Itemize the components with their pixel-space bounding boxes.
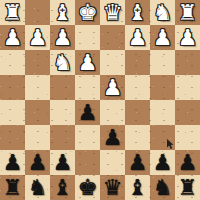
square-g1[interactable] (25, 0, 50, 25)
piece-white-king-icon: ♚ (78, 0, 98, 25)
square-g2[interactable]: ♟ (25, 25, 50, 50)
piece-black-pawn-icon: ♟ (3, 150, 23, 175)
square-h8[interactable]: ♜ (0, 175, 25, 200)
square-f3[interactable]: ♞ (50, 50, 75, 75)
piece-white-bishop-icon: ♝ (53, 0, 73, 25)
piece-white-pawn-icon: ♟ (53, 25, 73, 50)
square-b5[interactable] (150, 100, 175, 125)
piece-white-rook-icon: ♜ (178, 0, 198, 25)
square-f8[interactable]: ♝ (50, 175, 75, 200)
square-a5[interactable] (175, 100, 200, 125)
square-f5[interactable] (50, 100, 75, 125)
piece-white-queen-icon: ♛ (103, 0, 123, 25)
square-c3[interactable] (125, 50, 150, 75)
piece-black-knight-icon: ♞ (153, 175, 173, 200)
square-b2[interactable]: ♟ (150, 25, 175, 50)
piece-black-pawn-icon: ♟ (103, 125, 123, 150)
square-d1[interactable]: ♛ (100, 0, 125, 25)
square-f7[interactable]: ♟ (50, 150, 75, 175)
piece-white-pawn-icon: ♟ (178, 25, 198, 50)
piece-black-pawn-icon: ♟ (153, 150, 173, 175)
square-h2[interactable]: ♟ (0, 25, 25, 50)
piece-black-bishop-icon: ♝ (53, 175, 73, 200)
square-b3[interactable] (150, 50, 175, 75)
square-h7[interactable]: ♟ (0, 150, 25, 175)
square-e7[interactable] (75, 150, 100, 175)
piece-black-bishop-icon: ♝ (128, 175, 148, 200)
piece-white-pawn-icon: ♟ (128, 25, 148, 50)
piece-black-rook-icon: ♜ (3, 175, 23, 200)
piece-white-knight-icon: ♞ (53, 50, 73, 75)
piece-black-pawn-icon: ♟ (128, 150, 148, 175)
square-h1[interactable]: ♜ (0, 0, 25, 25)
square-g5[interactable] (25, 100, 50, 125)
square-d6[interactable]: ♟ (100, 125, 125, 150)
chess-board: ♜♝♚♛♝♞♜♟♟♟♟♟♟♞♟♟♟♟♟♟♟♟♟♟♜♞♝♚♛♝♞♜ (0, 0, 200, 200)
piece-black-pawn-icon: ♟ (53, 150, 73, 175)
piece-black-pawn-icon: ♟ (178, 150, 198, 175)
square-a8[interactable]: ♜ (175, 175, 200, 200)
square-f4[interactable] (50, 75, 75, 100)
square-a7[interactable]: ♟ (175, 150, 200, 175)
piece-white-rook-icon: ♜ (3, 0, 23, 25)
piece-white-pawn-icon: ♟ (103, 75, 123, 100)
piece-black-knight-icon: ♞ (28, 175, 48, 200)
square-e5[interactable]: ♟ (75, 100, 100, 125)
piece-white-pawn-icon: ♟ (3, 25, 23, 50)
square-h5[interactable] (0, 100, 25, 125)
piece-black-pawn-icon: ♟ (28, 150, 48, 175)
square-g7[interactable]: ♟ (25, 150, 50, 175)
square-c2[interactable]: ♟ (125, 25, 150, 50)
square-g3[interactable] (25, 50, 50, 75)
square-e4[interactable] (75, 75, 100, 100)
square-h3[interactable] (0, 50, 25, 75)
square-a4[interactable] (175, 75, 200, 100)
piece-white-knight-icon: ♞ (153, 0, 173, 25)
piece-black-king-icon: ♚ (78, 175, 98, 200)
square-g4[interactable] (25, 75, 50, 100)
square-h4[interactable] (0, 75, 25, 100)
square-c6[interactable] (125, 125, 150, 150)
square-e6[interactable] (75, 125, 100, 150)
square-c7[interactable]: ♟ (125, 150, 150, 175)
square-c5[interactable] (125, 100, 150, 125)
square-h6[interactable] (0, 125, 25, 150)
square-f1[interactable]: ♝ (50, 0, 75, 25)
square-d2[interactable] (100, 25, 125, 50)
piece-black-queen-icon: ♛ (103, 175, 123, 200)
square-d4[interactable]: ♟ (100, 75, 125, 100)
square-g8[interactable]: ♞ (25, 175, 50, 200)
square-d7[interactable] (100, 150, 125, 175)
square-a6[interactable] (175, 125, 200, 150)
square-f6[interactable] (50, 125, 75, 150)
square-b6[interactable] (150, 125, 175, 150)
square-b4[interactable] (150, 75, 175, 100)
square-d3[interactable] (100, 50, 125, 75)
piece-black-rook-icon: ♜ (178, 175, 198, 200)
square-a3[interactable] (175, 50, 200, 75)
square-a2[interactable]: ♟ (175, 25, 200, 50)
piece-white-pawn-icon: ♟ (78, 50, 98, 75)
piece-white-bishop-icon: ♝ (128, 0, 148, 25)
piece-white-pawn-icon: ♟ (28, 25, 48, 50)
square-e8[interactable]: ♚ (75, 175, 100, 200)
square-c4[interactable] (125, 75, 150, 100)
square-c1[interactable]: ♝ (125, 0, 150, 25)
square-e2[interactable] (75, 25, 100, 50)
square-a1[interactable]: ♜ (175, 0, 200, 25)
square-b8[interactable]: ♞ (150, 175, 175, 200)
square-e1[interactable]: ♚ (75, 0, 100, 25)
square-c8[interactable]: ♝ (125, 175, 150, 200)
piece-white-pawn-icon: ♟ (153, 25, 173, 50)
square-d8[interactable]: ♛ (100, 175, 125, 200)
square-e3[interactable]: ♟ (75, 50, 100, 75)
square-f2[interactable]: ♟ (50, 25, 75, 50)
square-b1[interactable]: ♞ (150, 0, 175, 25)
square-g6[interactable] (25, 125, 50, 150)
square-d5[interactable] (100, 100, 125, 125)
piece-black-pawn-icon: ♟ (78, 100, 98, 125)
square-b7[interactable]: ♟ (150, 150, 175, 175)
